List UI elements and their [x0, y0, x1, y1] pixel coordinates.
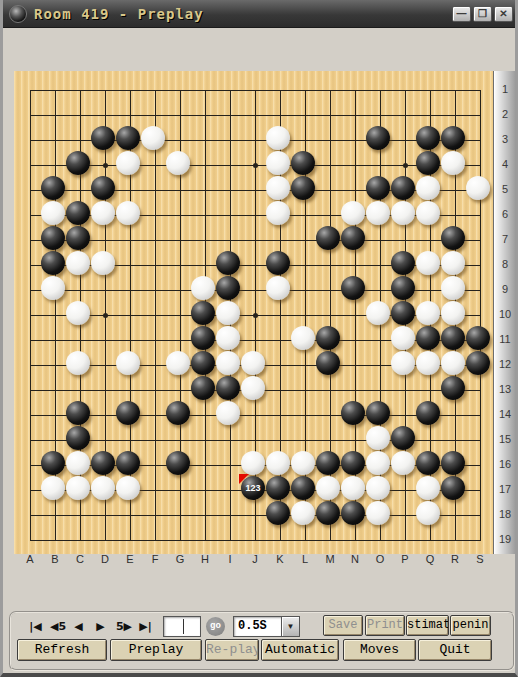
row-label: 8 — [494, 258, 516, 270]
white-stone[interactable] — [41, 276, 65, 300]
white-stone[interactable] — [416, 176, 440, 200]
grid-line-horizontal — [30, 515, 481, 516]
row-label: 18 — [494, 508, 516, 520]
transport-back-1-button[interactable]: ◀ — [71, 617, 86, 637]
white-stone[interactable] — [441, 151, 465, 175]
black-stone[interactable] — [266, 501, 290, 525]
black-stone[interactable] — [441, 126, 465, 150]
white-stone[interactable] — [266, 276, 290, 300]
black-stone[interactable] — [416, 151, 440, 175]
row-label: 16 — [494, 458, 516, 470]
black-stone[interactable] — [66, 426, 90, 450]
column-label: I — [223, 553, 237, 565]
column-label: M — [323, 553, 337, 565]
opening-button[interactable]: penin — [450, 615, 491, 636]
black-stone[interactable] — [316, 501, 340, 525]
black-stone[interactable] — [416, 326, 440, 350]
white-stone[interactable] — [91, 251, 115, 275]
row-labels: 12345678910111213141516171819 — [493, 71, 517, 554]
column-label: S — [473, 553, 487, 565]
transport-forward-1-button[interactable]: ▶ — [93, 617, 108, 637]
black-stone[interactable] — [216, 276, 240, 300]
black-stone[interactable] — [191, 326, 215, 350]
white-stone[interactable] — [391, 451, 415, 475]
transport-last-button[interactable]: ▶| — [137, 617, 154, 637]
black-stone[interactable] — [66, 226, 90, 250]
save-button[interactable]: Save — [323, 615, 363, 636]
black-stone[interactable] — [41, 226, 65, 250]
row-label: 2 — [494, 108, 516, 120]
black-stone[interactable] — [391, 301, 415, 325]
black-stone[interactable] — [41, 251, 65, 275]
white-stone[interactable] — [441, 351, 465, 375]
row-label: 13 — [494, 383, 516, 395]
row-label: 7 — [494, 233, 516, 245]
white-stone[interactable] — [416, 476, 440, 500]
column-label: P — [398, 553, 412, 565]
window-title: Room 419 - Preplay — [34, 6, 204, 22]
white-stone[interactable] — [391, 326, 415, 350]
black-stone[interactable]: 123 — [241, 476, 265, 500]
delay-select-value[interactable]: 0.5S — [233, 616, 282, 637]
black-stone[interactable] — [441, 376, 465, 400]
row-label: 15 — [494, 433, 516, 445]
automatic-button[interactable]: Automatic — [261, 639, 339, 661]
white-stone[interactable] — [291, 451, 315, 475]
go-board[interactable]: 123 — [14, 71, 493, 554]
column-label: J — [248, 553, 262, 565]
black-stone[interactable] — [266, 476, 290, 500]
black-stone[interactable] — [416, 401, 440, 425]
delay-select[interactable]: 0.5S ▼ — [233, 616, 300, 637]
white-stone[interactable] — [416, 201, 440, 225]
white-stone[interactable] — [241, 376, 265, 400]
black-stone[interactable] — [366, 126, 390, 150]
replay-button[interactable]: Re-play — [205, 639, 259, 661]
star-point — [103, 163, 108, 168]
black-stone[interactable] — [191, 376, 215, 400]
transport-back-5-button[interactable]: ◀5 — [47, 617, 69, 637]
black-stone[interactable] — [466, 351, 490, 375]
black-stone[interactable] — [316, 326, 340, 350]
chevron-down-icon[interactable]: ▼ — [281, 616, 300, 637]
star-point — [253, 163, 258, 168]
black-stone[interactable] — [116, 451, 140, 475]
black-stone[interactable] — [66, 201, 90, 225]
transport-first-button[interactable]: |◀ — [27, 617, 44, 637]
white-stone[interactable] — [441, 276, 465, 300]
black-stone[interactable] — [316, 226, 340, 250]
white-stone[interactable] — [266, 151, 290, 175]
white-stone[interactable] — [416, 501, 440, 525]
white-stone[interactable] — [366, 301, 390, 325]
maximize-button[interactable]: ❐ — [473, 6, 492, 22]
black-stone[interactable] — [441, 326, 465, 350]
black-stone[interactable] — [191, 351, 215, 375]
column-label: K — [273, 553, 287, 565]
white-stone[interactable] — [391, 201, 415, 225]
black-stone[interactable] — [391, 426, 415, 450]
grid-line-horizontal — [30, 415, 481, 416]
row-label: 10 — [494, 308, 516, 320]
white-stone[interactable] — [266, 176, 290, 200]
close-button[interactable]: ✕ — [494, 6, 513, 22]
quit-button[interactable]: Quit — [418, 639, 492, 661]
white-stone[interactable] — [41, 476, 65, 500]
black-stone[interactable] — [316, 351, 340, 375]
black-stone[interactable] — [416, 126, 440, 150]
column-labels: ABCDEFGHIJKLMNOPQRS — [3, 553, 518, 569]
white-stone[interactable] — [191, 276, 215, 300]
white-stone[interactable] — [166, 151, 190, 175]
column-label: A — [23, 553, 37, 565]
row-label: 12 — [494, 358, 516, 370]
white-stone[interactable] — [116, 151, 140, 175]
column-label: L — [298, 553, 312, 565]
move-number-input[interactable] — [163, 616, 201, 637]
white-stone[interactable] — [241, 451, 265, 475]
black-stone[interactable] — [291, 176, 315, 200]
estimate-button[interactable]: stimat — [406, 615, 449, 636]
black-stone[interactable] — [416, 451, 440, 475]
white-stone[interactable] — [66, 476, 90, 500]
black-stone[interactable] — [391, 251, 415, 275]
app-window: Room 419 - Preplay — ❐ ✕ 123 ABCDEFGHIJK… — [0, 0, 518, 677]
white-stone[interactable] — [266, 201, 290, 225]
row-label: 9 — [494, 283, 516, 295]
column-label: B — [48, 553, 62, 565]
black-stone[interactable] — [166, 451, 190, 475]
black-stone[interactable] — [391, 276, 415, 300]
black-stone[interactable] — [466, 326, 490, 350]
refresh-button[interactable]: Refresh — [17, 639, 107, 661]
row-label: 5 — [494, 183, 516, 195]
white-stone[interactable] — [66, 301, 90, 325]
row-label: 11 — [494, 333, 516, 345]
last-move-marker — [239, 474, 249, 484]
white-stone[interactable] — [316, 476, 340, 500]
white-stone[interactable] — [66, 251, 90, 275]
black-stone[interactable] — [341, 501, 365, 525]
black-stone[interactable] — [41, 451, 65, 475]
star-point — [253, 313, 258, 318]
black-stone[interactable] — [116, 401, 140, 425]
white-stone[interactable] — [416, 251, 440, 275]
white-stone[interactable] — [366, 451, 390, 475]
column-label: F — [148, 553, 162, 565]
title-bar: Room 419 - Preplay — ❐ ✕ — [0, 0, 518, 28]
black-stone[interactable] — [266, 251, 290, 275]
print-button[interactable]: Print — [365, 615, 405, 636]
column-label: Q — [423, 553, 437, 565]
star-point — [103, 313, 108, 318]
white-stone[interactable] — [366, 501, 390, 525]
column-label: N — [348, 553, 362, 565]
app-icon — [9, 5, 27, 23]
black-stone[interactable] — [366, 401, 390, 425]
row-label: 19 — [494, 533, 516, 545]
black-stone[interactable] — [391, 176, 415, 200]
black-stone[interactable] — [341, 276, 365, 300]
black-stone[interactable] — [441, 451, 465, 475]
white-stone[interactable] — [341, 201, 365, 225]
row-label: 14 — [494, 408, 516, 420]
black-stone[interactable] — [216, 251, 240, 275]
white-stone[interactable] — [91, 201, 115, 225]
black-stone[interactable] — [41, 176, 65, 200]
column-label: D — [98, 553, 112, 565]
white-stone[interactable] — [166, 351, 190, 375]
white-stone[interactable] — [341, 476, 365, 500]
transport-forward-5-button[interactable]: 5▶ — [113, 617, 135, 637]
black-stone[interactable] — [341, 226, 365, 250]
black-stone[interactable] — [291, 476, 315, 500]
row-label: 1 — [494, 83, 516, 95]
minimize-button[interactable]: — — [452, 6, 471, 22]
white-stone[interactable] — [66, 351, 90, 375]
white-stone[interactable] — [366, 201, 390, 225]
text-caret — [183, 619, 184, 634]
row-label: 3 — [494, 133, 516, 145]
row-label: 17 — [494, 483, 516, 495]
black-stone[interactable] — [166, 401, 190, 425]
black-stone[interactable] — [216, 376, 240, 400]
white-stone[interactable] — [416, 351, 440, 375]
white-stone[interactable] — [216, 401, 240, 425]
column-label: E — [123, 553, 137, 565]
preplay-button[interactable]: Preplay — [110, 639, 202, 661]
white-stone[interactable] — [216, 326, 240, 350]
white-stone[interactable] — [366, 476, 390, 500]
black-stone[interactable] — [316, 451, 340, 475]
column-label: G — [173, 553, 187, 565]
black-stone[interactable] — [91, 451, 115, 475]
black-stone[interactable] — [341, 401, 365, 425]
black-stone[interactable] — [91, 126, 115, 150]
white-stone[interactable] — [291, 326, 315, 350]
column-label: O — [373, 553, 387, 565]
column-label: R — [448, 553, 462, 565]
moves-button[interactable]: Moves — [343, 639, 416, 661]
black-stone[interactable] — [91, 176, 115, 200]
white-stone[interactable] — [391, 351, 415, 375]
white-stone[interactable] — [416, 301, 440, 325]
black-stone[interactable] — [116, 126, 140, 150]
go-button[interactable]: go — [206, 617, 225, 636]
white-stone[interactable] — [241, 351, 265, 375]
white-stone[interactable] — [466, 176, 490, 200]
white-stone[interactable] — [266, 126, 290, 150]
row-label: 4 — [494, 158, 516, 170]
grid-line-vertical — [480, 90, 481, 541]
black-stone[interactable] — [66, 401, 90, 425]
column-label: H — [198, 553, 212, 565]
white-stone[interactable] — [116, 351, 140, 375]
black-stone[interactable] — [366, 176, 390, 200]
black-stone[interactable] — [291, 151, 315, 175]
white-stone[interactable] — [41, 201, 65, 225]
black-stone[interactable] — [341, 451, 365, 475]
black-stone[interactable] — [441, 226, 465, 250]
black-stone[interactable] — [441, 476, 465, 500]
white-stone[interactable] — [66, 451, 90, 475]
white-stone[interactable] — [216, 351, 240, 375]
star-point — [403, 163, 408, 168]
white-stone[interactable] — [141, 126, 165, 150]
white-stone[interactable] — [116, 201, 140, 225]
white-stone[interactable] — [91, 476, 115, 500]
grid-line-horizontal — [30, 540, 481, 541]
white-stone[interactable] — [116, 476, 140, 500]
white-stone[interactable] — [441, 251, 465, 275]
black-stone[interactable] — [191, 301, 215, 325]
white-stone[interactable] — [441, 301, 465, 325]
column-label: C — [73, 553, 87, 565]
white-stone[interactable] — [216, 301, 240, 325]
white-stone[interactable] — [266, 451, 290, 475]
black-stone[interactable] — [66, 151, 90, 175]
white-stone[interactable] — [291, 501, 315, 525]
white-stone[interactable] — [366, 426, 390, 450]
row-label: 6 — [494, 208, 516, 220]
